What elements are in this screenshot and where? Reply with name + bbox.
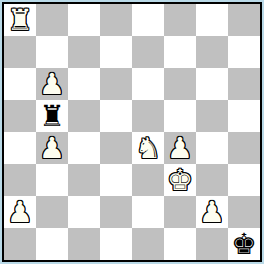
piece-white-king[interactable]: ♚ [167,164,193,196]
square-a6[interactable] [4,68,36,100]
square-c8[interactable] [68,4,100,36]
square-f1[interactable] [164,228,196,260]
square-c6[interactable] [68,68,100,100]
square-e7[interactable] [132,36,164,68]
square-g7[interactable] [196,36,228,68]
piece-white-pawn[interactable]: ♟ [167,132,193,164]
square-f2[interactable] [164,196,196,228]
piece-white-rook[interactable]: ♜ [7,4,33,36]
square-d6[interactable] [100,68,132,100]
square-a1[interactable] [4,228,36,260]
square-b1[interactable] [36,228,68,260]
square-c4[interactable] [68,132,100,164]
square-g4[interactable] [196,132,228,164]
square-f8[interactable] [164,4,196,36]
square-a8[interactable]: ♜ [4,4,36,36]
square-h4[interactable] [228,132,260,164]
square-e8[interactable] [132,4,164,36]
square-d4[interactable] [100,132,132,164]
square-c3[interactable] [68,164,100,196]
square-a7[interactable] [4,36,36,68]
piece-white-pawn[interactable]: ♟ [39,68,65,100]
square-h3[interactable] [228,164,260,196]
square-f7[interactable] [164,36,196,68]
piece-white-pawn[interactable]: ♟ [7,196,33,228]
piece-white-pawn[interactable]: ♟ [199,196,225,228]
square-c2[interactable] [68,196,100,228]
square-e4[interactable]: ♞ [132,132,164,164]
square-b2[interactable] [36,196,68,228]
square-g2[interactable]: ♟ [196,196,228,228]
square-d8[interactable] [100,4,132,36]
square-h5[interactable] [228,100,260,132]
square-f4[interactable]: ♟ [164,132,196,164]
square-e1[interactable] [132,228,164,260]
square-a4[interactable] [4,132,36,164]
square-d2[interactable] [100,196,132,228]
square-b8[interactable] [36,4,68,36]
square-e6[interactable] [132,68,164,100]
square-g6[interactable] [196,68,228,100]
square-g1[interactable] [196,228,228,260]
square-g3[interactable] [196,164,228,196]
chess-board: ♜♟♜♟♞♟♚♟♟♚ [4,4,260,260]
piece-black-king[interactable]: ♚ [231,228,257,260]
piece-white-knight[interactable]: ♞ [135,132,161,164]
square-b7[interactable] [36,36,68,68]
chess-app-window: ♜♟♜♟♞♟♚♟♟♚ [0,0,264,264]
square-h2[interactable] [228,196,260,228]
square-e5[interactable] [132,100,164,132]
square-e3[interactable] [132,164,164,196]
square-d3[interactable] [100,164,132,196]
square-b4[interactable]: ♟ [36,132,68,164]
piece-black-rook[interactable]: ♜ [39,100,65,132]
square-c7[interactable] [68,36,100,68]
square-g5[interactable] [196,100,228,132]
square-b6[interactable]: ♟ [36,68,68,100]
square-f3[interactable]: ♚ [164,164,196,196]
square-e2[interactable] [132,196,164,228]
square-d7[interactable] [100,36,132,68]
square-h1[interactable]: ♚ [228,228,260,260]
square-f6[interactable] [164,68,196,100]
square-f5[interactable] [164,100,196,132]
square-g8[interactable] [196,4,228,36]
square-b3[interactable] [36,164,68,196]
square-h7[interactable] [228,36,260,68]
square-c1[interactable] [68,228,100,260]
board-frame: ♜♟♜♟♞♟♚♟♟♚ [2,2,262,262]
square-b5[interactable]: ♜ [36,100,68,132]
square-h6[interactable] [228,68,260,100]
square-a2[interactable]: ♟ [4,196,36,228]
square-h8[interactable] [228,4,260,36]
piece-white-pawn[interactable]: ♟ [39,132,65,164]
square-d1[interactable] [100,228,132,260]
square-a5[interactable] [4,100,36,132]
square-a3[interactable] [4,164,36,196]
square-c5[interactable] [68,100,100,132]
square-d5[interactable] [100,100,132,132]
